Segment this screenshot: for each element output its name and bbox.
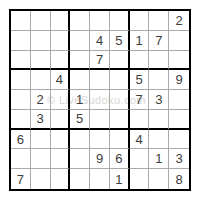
cell-r8c2[interactable] (31, 149, 51, 169)
cell-r8c6[interactable]: 6 (110, 149, 130, 169)
cell-r5c4[interactable]: 1 (70, 90, 90, 110)
cell-r3c8[interactable] (149, 51, 169, 71)
cell-r6c2[interactable]: 3 (31, 110, 51, 130)
cell-r7c1[interactable]: 6 (11, 130, 31, 150)
cell-r1c6[interactable] (110, 11, 130, 31)
cell-r8c1[interactable] (11, 149, 31, 169)
cell-r1c1[interactable] (11, 11, 31, 31)
cell-r5c7[interactable]: 7 (130, 90, 150, 110)
cell-r3c4[interactable] (70, 51, 90, 71)
cell-r1c5[interactable] (90, 11, 110, 31)
cell-r4c3[interactable]: 4 (51, 70, 71, 90)
cell-r2c5[interactable]: 4 (90, 31, 110, 51)
cell-r9c6[interactable]: 1 (110, 169, 130, 189)
cell-r1c7[interactable] (130, 11, 150, 31)
cell-r4c1[interactable] (11, 70, 31, 90)
cell-r6c1[interactable] (11, 110, 31, 130)
sudoku-board: 245177459217335649613718 (9, 9, 191, 191)
cell-r9c8[interactable] (149, 169, 169, 189)
cell-r7c4[interactable] (70, 130, 90, 150)
cell-r4c7[interactable]: 5 (130, 70, 150, 90)
cell-r2c7[interactable]: 1 (130, 31, 150, 51)
cell-r1c3[interactable] (51, 11, 71, 31)
cell-r5c3[interactable] (51, 90, 71, 110)
cell-r1c8[interactable] (149, 11, 169, 31)
cell-r9c3[interactable] (51, 169, 71, 189)
cell-r6c6[interactable] (110, 110, 130, 130)
cell-r9c7[interactable] (130, 169, 150, 189)
cell-r6c3[interactable] (51, 110, 71, 130)
cell-r6c9[interactable] (169, 110, 189, 130)
cell-r4c6[interactable] (110, 70, 130, 90)
cell-r5c8[interactable]: 3 (149, 90, 169, 110)
cell-r7c6[interactable] (110, 130, 130, 150)
cell-r8c8[interactable]: 1 (149, 149, 169, 169)
cell-r2c9[interactable] (169, 31, 189, 51)
cell-r3c2[interactable] (31, 51, 51, 71)
cell-r4c9[interactable]: 9 (169, 70, 189, 90)
cell-r6c4[interactable]: 5 (70, 110, 90, 130)
cell-r2c4[interactable] (70, 31, 90, 51)
cell-r6c5[interactable] (90, 110, 110, 130)
cell-r1c2[interactable] (31, 11, 51, 31)
cell-r8c4[interactable] (70, 149, 90, 169)
cell-r6c8[interactable] (149, 110, 169, 130)
cell-r8c7[interactable] (130, 149, 150, 169)
cell-r8c5[interactable]: 9 (90, 149, 110, 169)
cell-r9c1[interactable]: 7 (11, 169, 31, 189)
cell-r4c5[interactable] (90, 70, 110, 90)
cell-r3c6[interactable] (110, 51, 130, 71)
cell-r7c3[interactable] (51, 130, 71, 150)
cell-r7c5[interactable] (90, 130, 110, 150)
cell-r4c4[interactable] (70, 70, 90, 90)
cell-r3c3[interactable] (51, 51, 71, 71)
cell-r9c4[interactable] (70, 169, 90, 189)
cell-r4c2[interactable] (31, 70, 51, 90)
cell-r5c9[interactable] (169, 90, 189, 110)
cell-r1c9[interactable]: 2 (169, 11, 189, 31)
cell-r9c2[interactable] (31, 169, 51, 189)
cell-r2c1[interactable] (11, 31, 31, 51)
cell-r8c9[interactable]: 3 (169, 149, 189, 169)
cell-r5c2[interactable]: 2 (31, 90, 51, 110)
cell-r3c7[interactable] (130, 51, 150, 71)
cell-r9c9[interactable]: 8 (169, 169, 189, 189)
cell-r4c8[interactable] (149, 70, 169, 90)
cell-r5c1[interactable] (11, 90, 31, 110)
cell-r3c9[interactable] (169, 51, 189, 71)
cell-r8c3[interactable] (51, 149, 71, 169)
cell-r2c8[interactable]: 7 (149, 31, 169, 51)
cell-r2c2[interactable] (31, 31, 51, 51)
cell-r5c6[interactable] (110, 90, 130, 110)
cell-r7c7[interactable]: 4 (130, 130, 150, 150)
cell-r7c8[interactable] (149, 130, 169, 150)
cell-r7c9[interactable] (169, 130, 189, 150)
cell-r5c5[interactable] (90, 90, 110, 110)
cell-r2c3[interactable] (51, 31, 71, 51)
cell-r6c7[interactable] (130, 110, 150, 130)
cell-r2c6[interactable]: 5 (110, 31, 130, 51)
sudoku-page: © LiveSudoku.com 24517745921733564961371… (0, 0, 200, 200)
cell-r7c2[interactable] (31, 130, 51, 150)
cell-r3c1[interactable] (11, 51, 31, 71)
cell-r9c5[interactable] (90, 169, 110, 189)
cell-r3c5[interactable]: 7 (90, 51, 110, 71)
cell-r1c4[interactable] (70, 11, 90, 31)
